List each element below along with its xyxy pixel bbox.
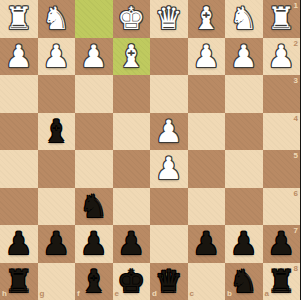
square-a8[interactable]: ♜8a bbox=[263, 263, 301, 300]
square-f4[interactable] bbox=[75, 113, 113, 151]
black-pawn[interactable]: ♟ bbox=[230, 225, 258, 262]
white-pawn[interactable]: ♟ bbox=[192, 38, 220, 75]
square-e5[interactable] bbox=[113, 150, 151, 188]
square-d5[interactable]: ♟ bbox=[150, 150, 188, 188]
square-f2[interactable]: ♟ bbox=[75, 38, 113, 76]
rank-label-4: 4 bbox=[294, 115, 298, 123]
file-label-e: e bbox=[115, 290, 119, 298]
square-a2[interactable]: ♟2 bbox=[263, 38, 301, 76]
square-b4[interactable] bbox=[225, 113, 263, 151]
black-rook[interactable]: ♜ bbox=[267, 263, 295, 300]
rank-label-7: 7 bbox=[294, 227, 298, 235]
rank-label-3: 3 bbox=[294, 77, 298, 85]
file-label-d: d bbox=[152, 290, 157, 298]
square-e7[interactable]: ♟ bbox=[113, 225, 151, 263]
square-f5[interactable] bbox=[75, 150, 113, 188]
square-c8[interactable]: c bbox=[188, 263, 226, 300]
square-d8[interactable]: ♛d bbox=[150, 263, 188, 300]
square-e1[interactable]: ♚ bbox=[113, 0, 151, 38]
white-pawn[interactable]: ♟ bbox=[42, 38, 70, 75]
square-b5[interactable] bbox=[225, 150, 263, 188]
black-queen[interactable]: ♛ bbox=[155, 263, 183, 300]
square-b2[interactable]: ♟ bbox=[225, 38, 263, 76]
rank-label-2: 2 bbox=[294, 40, 298, 48]
white-bishop[interactable]: ♝ bbox=[192, 0, 220, 37]
square-g7[interactable]: ♟ bbox=[38, 225, 76, 263]
square-g5[interactable] bbox=[38, 150, 76, 188]
square-e2[interactable]: ♝ bbox=[113, 38, 151, 76]
file-label-c: c bbox=[190, 290, 194, 298]
square-d7[interactable] bbox=[150, 225, 188, 263]
square-f7[interactable]: ♟ bbox=[75, 225, 113, 263]
white-queen[interactable]: ♛ bbox=[155, 0, 183, 37]
rank-label-8: 8 bbox=[294, 265, 298, 273]
black-knight[interactable]: ♞ bbox=[230, 263, 258, 300]
white-knight[interactable]: ♞ bbox=[230, 0, 258, 37]
square-h1[interactable]: ♜ bbox=[0, 0, 38, 38]
square-a3[interactable]: 3 bbox=[263, 75, 301, 113]
square-h3[interactable] bbox=[0, 75, 38, 113]
square-f8[interactable]: ♝f bbox=[75, 263, 113, 300]
square-h4[interactable] bbox=[0, 113, 38, 151]
square-f1[interactable] bbox=[75, 0, 113, 38]
white-pawn[interactable]: ♟ bbox=[230, 38, 258, 75]
black-bishop[interactable]: ♝ bbox=[80, 263, 108, 300]
file-label-h: h bbox=[2, 290, 7, 298]
square-b1[interactable]: ♞ bbox=[225, 0, 263, 38]
square-c7[interactable]: ♟ bbox=[188, 225, 226, 263]
square-a7[interactable]: ♟7 bbox=[263, 225, 301, 263]
white-pawn[interactable]: ♟ bbox=[155, 150, 183, 187]
square-e3[interactable] bbox=[113, 75, 151, 113]
square-d4[interactable]: ♟ bbox=[150, 113, 188, 151]
square-g1[interactable]: ♞ bbox=[38, 0, 76, 38]
square-d6[interactable] bbox=[150, 188, 188, 226]
rank-label-6: 6 bbox=[294, 190, 298, 198]
square-d3[interactable] bbox=[150, 75, 188, 113]
black-pawn[interactable]: ♟ bbox=[117, 225, 145, 262]
file-label-g: g bbox=[40, 290, 45, 298]
square-h6[interactable] bbox=[0, 188, 38, 226]
square-b8[interactable]: ♞b bbox=[225, 263, 263, 300]
square-e6[interactable] bbox=[113, 188, 151, 226]
square-a1[interactable]: ♜1 bbox=[263, 0, 301, 38]
file-label-b: b bbox=[227, 290, 232, 298]
square-b3[interactable] bbox=[225, 75, 263, 113]
white-pawn[interactable]: ♟ bbox=[80, 38, 108, 75]
white-pawn[interactable]: ♟ bbox=[155, 113, 183, 150]
square-a5[interactable]: 5 bbox=[263, 150, 301, 188]
rank-label-5: 5 bbox=[294, 152, 298, 160]
square-c5[interactable] bbox=[188, 150, 226, 188]
black-pawn[interactable]: ♟ bbox=[5, 225, 33, 262]
square-d2[interactable] bbox=[150, 38, 188, 76]
black-pawn[interactable]: ♟ bbox=[192, 225, 220, 262]
white-king[interactable]: ♚ bbox=[117, 0, 145, 37]
white-pawn[interactable]: ♟ bbox=[267, 38, 295, 75]
square-b7[interactable]: ♟ bbox=[225, 225, 263, 263]
square-h2[interactable]: ♟ bbox=[0, 38, 38, 76]
file-label-f: f bbox=[77, 290, 80, 298]
black-pawn[interactable]: ♟ bbox=[42, 225, 70, 262]
black-rook[interactable]: ♜ bbox=[5, 263, 33, 300]
file-label-a: a bbox=[265, 290, 269, 298]
square-f6[interactable]: ♞ bbox=[75, 188, 113, 226]
square-c6[interactable] bbox=[188, 188, 226, 226]
square-f3[interactable] bbox=[75, 75, 113, 113]
white-rook[interactable]: ♜ bbox=[267, 0, 295, 37]
square-g6[interactable] bbox=[38, 188, 76, 226]
square-a4[interactable]: 4 bbox=[263, 113, 301, 151]
square-d1[interactable]: ♛ bbox=[150, 0, 188, 38]
square-h7[interactable]: ♟ bbox=[0, 225, 38, 263]
square-c2[interactable]: ♟ bbox=[188, 38, 226, 76]
white-pawn[interactable]: ♟ bbox=[5, 38, 33, 75]
white-rook[interactable]: ♜ bbox=[5, 0, 33, 37]
white-bishop[interactable]: ♝ bbox=[117, 38, 145, 75]
square-c3[interactable] bbox=[188, 75, 226, 113]
square-e4[interactable] bbox=[113, 113, 151, 151]
square-a6[interactable]: 6 bbox=[263, 188, 301, 226]
square-c4[interactable] bbox=[188, 113, 226, 151]
rank-label-1: 1 bbox=[294, 2, 298, 10]
black-pawn[interactable]: ♟ bbox=[267, 225, 295, 262]
square-h8[interactable]: ♜h bbox=[0, 263, 38, 300]
black-king[interactable]: ♚ bbox=[117, 263, 145, 300]
black-pawn[interactable]: ♟ bbox=[80, 225, 108, 262]
square-g4[interactable]: ♝ bbox=[38, 113, 76, 151]
square-h5[interactable] bbox=[0, 150, 38, 188]
white-knight[interactable]: ♞ bbox=[42, 0, 70, 37]
square-c1[interactable]: ♝ bbox=[188, 0, 226, 38]
chess-board: ♜♞♚♛♝♞♜1♟♟♟♝♟♟♟23♝♟4♟5♞6♟♟♟♟♟♟♟7♜hg♝f♚e♛… bbox=[0, 0, 300, 300]
black-knight[interactable]: ♞ bbox=[80, 188, 108, 225]
square-g3[interactable] bbox=[38, 75, 76, 113]
square-g2[interactable]: ♟ bbox=[38, 38, 76, 76]
square-e8[interactable]: ♚e bbox=[113, 263, 151, 300]
black-bishop[interactable]: ♝ bbox=[42, 113, 70, 150]
square-b6[interactable] bbox=[225, 188, 263, 226]
square-g8[interactable]: g bbox=[38, 263, 76, 300]
